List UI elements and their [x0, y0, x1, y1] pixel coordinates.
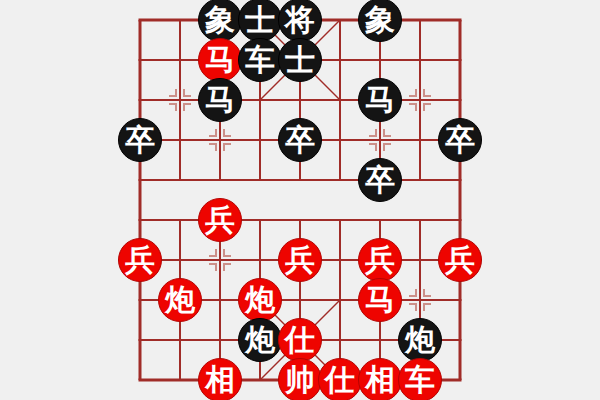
piece-red-cannon[interactable]: 炮: [158, 278, 202, 322]
piece-red-elephant[interactable]: 相: [198, 358, 242, 400]
piece-red-soldier[interactable]: 兵: [278, 238, 322, 282]
board-intersection: 车: [240, 40, 280, 80]
board-intersection: 仕: [320, 360, 360, 400]
board-intersection: 车: [400, 360, 440, 400]
piece-black-advisor[interactable]: 士: [238, 0, 282, 42]
piece-red-advisor[interactable]: 仕: [318, 358, 362, 400]
piece-black-elephant[interactable]: 象: [358, 0, 402, 42]
board-intersection: 卒: [120, 120, 160, 160]
piece-black-soldier[interactable]: 卒: [358, 158, 402, 202]
piece-black-advisor[interactable]: 士: [278, 38, 322, 82]
piece-black-soldier[interactable]: 卒: [278, 118, 322, 162]
board-intersection: 象: [360, 0, 400, 40]
board-intersection: 马: [200, 80, 240, 120]
piece-black-cannon[interactable]: 炮: [398, 318, 442, 362]
board-intersection: 马: [200, 40, 240, 80]
board-intersection: 帅: [280, 360, 320, 400]
board-intersection: 士: [240, 0, 280, 40]
board-intersection: 仕: [280, 320, 320, 360]
xiangqi-screenshot: 象士将象马车士马马卒卒卒卒兵兵兵兵兵炮炮马炮仕炮相帅仕相车: [0, 0, 600, 400]
piece-black-horse[interactable]: 马: [198, 78, 242, 122]
board-intersection: 兵: [280, 240, 320, 280]
piece-red-soldier[interactable]: 兵: [358, 238, 402, 282]
board-intersection: 将: [280, 0, 320, 40]
piece-red-chariot[interactable]: 车: [398, 358, 442, 400]
board-intersection: 象: [200, 0, 240, 40]
piece-red-cannon[interactable]: 炮: [238, 278, 282, 322]
piece-black-cannon[interactable]: 炮: [238, 318, 282, 362]
piece-red-soldier[interactable]: 兵: [438, 238, 482, 282]
piece-black-elephant[interactable]: 象: [198, 0, 242, 42]
board-intersection: 炮: [160, 280, 200, 320]
board-intersection: 相: [200, 360, 240, 400]
board-intersection: 相: [360, 360, 400, 400]
piece-black-soldier[interactable]: 卒: [118, 118, 162, 162]
board-intersection: 兵: [200, 200, 240, 240]
piece-black-chariot[interactable]: 车: [238, 38, 282, 82]
board-intersection: 炮: [240, 280, 280, 320]
xiangqi-board[interactable]: 象士将象马车士马马卒卒卒卒兵兵兵兵兵炮炮马炮仕炮相帅仕相车: [120, 0, 480, 400]
board-intersection: 兵: [120, 240, 160, 280]
board-intersection: 马: [360, 280, 400, 320]
board-intersection: 卒: [280, 120, 320, 160]
piece-red-horse[interactable]: 马: [358, 278, 402, 322]
piece-red-horse[interactable]: 马: [198, 38, 242, 82]
board-intersection: 兵: [360, 240, 400, 280]
piece-black-general[interactable]: 将: [278, 0, 322, 42]
piece-red-general[interactable]: 帅: [278, 358, 322, 400]
board-intersection: 卒: [440, 120, 480, 160]
piece-red-advisor[interactable]: 仕: [278, 318, 322, 362]
piece-red-soldier[interactable]: 兵: [118, 238, 162, 282]
board-intersection: 卒: [360, 160, 400, 200]
piece-black-soldier[interactable]: 卒: [438, 118, 482, 162]
board-intersection: 马: [360, 80, 400, 120]
piece-red-elephant[interactable]: 相: [358, 358, 402, 400]
board-intersection: 炮: [240, 320, 280, 360]
board-intersection: 士: [280, 40, 320, 80]
piece-black-horse[interactable]: 马: [358, 78, 402, 122]
board-intersection: 炮: [400, 320, 440, 360]
piece-red-soldier[interactable]: 兵: [198, 198, 242, 242]
board-intersection: 兵: [440, 240, 480, 280]
